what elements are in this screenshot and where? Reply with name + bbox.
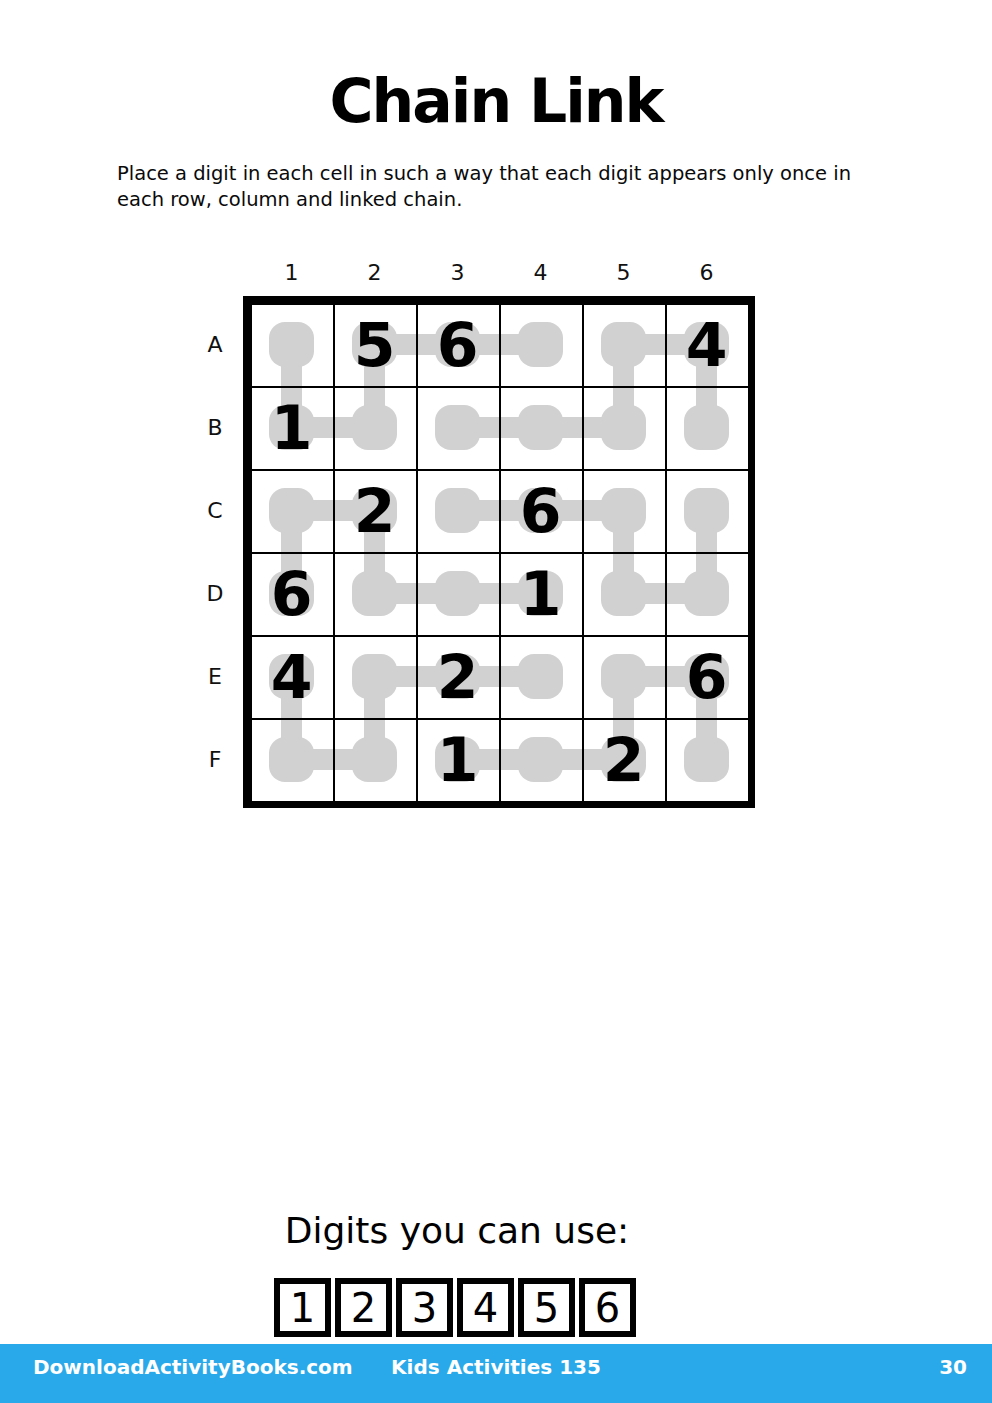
given-digit-A2: 5	[333, 303, 416, 386]
given-digit-F3: 1	[416, 718, 499, 801]
digit-boxes: 123456	[274, 1278, 636, 1337]
row-label-D: D	[192, 552, 238, 635]
col-label-6: 6	[665, 260, 748, 285]
footer-bar: DownloadActivityBooks.com Kids Activitie…	[0, 1344, 992, 1403]
worksheet-page: Chain Link Place a digit in each cell in…	[0, 0, 992, 1403]
given-digit-E3: 2	[416, 635, 499, 718]
given-digit-A6: 4	[665, 303, 748, 386]
instructions-text: Place a digit in each cell in such a way…	[117, 161, 902, 212]
col-label-2: 2	[333, 260, 416, 285]
given-digit-E1: 4	[250, 635, 333, 718]
row-label-C: C	[192, 469, 238, 552]
usable-digit-6: 6	[579, 1278, 636, 1337]
given-digits-layer: 5641266142612	[250, 303, 748, 801]
usable-digit-5: 5	[518, 1278, 575, 1337]
page-title: Chain Link	[0, 66, 992, 136]
digits-heading: Digits you can use:	[0, 1210, 914, 1251]
usable-digit-3: 3	[396, 1278, 453, 1337]
usable-digit-4: 4	[457, 1278, 514, 1337]
row-label-F: F	[192, 718, 238, 801]
given-digit-D4: 1	[499, 552, 582, 635]
col-label-4: 4	[499, 260, 582, 285]
footer-page-number: 30	[939, 1355, 967, 1379]
usable-digit-2: 2	[335, 1278, 392, 1337]
given-digit-C2: 2	[333, 469, 416, 552]
row-label-A: A	[192, 303, 238, 386]
given-digit-C4: 6	[499, 469, 582, 552]
col-label-1: 1	[250, 260, 333, 285]
col-label-3: 3	[416, 260, 499, 285]
puzzle-board: 5641266142612	[243, 296, 755, 808]
given-digit-F5: 2	[582, 718, 665, 801]
usable-digit-1: 1	[274, 1278, 331, 1337]
footer-book-title: Kids Activities 135	[0, 1355, 992, 1379]
row-label-E: E	[192, 635, 238, 718]
given-digit-D1: 6	[250, 552, 333, 635]
given-digit-A3: 6	[416, 303, 499, 386]
given-digit-E6: 6	[665, 635, 748, 718]
row-labels: ABCDEF	[192, 303, 238, 801]
col-label-5: 5	[582, 260, 665, 285]
column-labels: 123456	[250, 260, 748, 285]
row-label-B: B	[192, 386, 238, 469]
given-digit-B1: 1	[250, 386, 333, 469]
